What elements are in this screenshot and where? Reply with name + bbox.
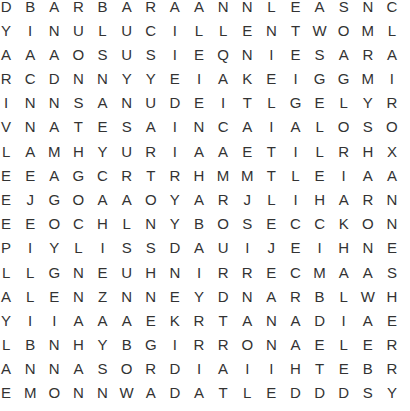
grid-cell[interactable]: E bbox=[259, 67, 283, 91]
grid-cell[interactable]: U bbox=[66, 18, 90, 42]
grid-cell[interactable]: E bbox=[0, 212, 18, 236]
grid-cell[interactable]: D bbox=[332, 381, 356, 405]
grid-cell[interactable]: N bbox=[18, 115, 42, 139]
grid-cell[interactable]: T bbox=[211, 381, 235, 405]
grid-cell[interactable]: I bbox=[332, 163, 356, 187]
grid-cell[interactable]: H bbox=[283, 357, 307, 381]
grid-cell[interactable]: O bbox=[139, 187, 163, 211]
grid-cell[interactable]: E bbox=[259, 212, 283, 236]
grid-cell[interactable]: O bbox=[356, 212, 380, 236]
grid-cell[interactable]: I bbox=[308, 236, 332, 260]
grid-cell[interactable]: R bbox=[356, 42, 380, 66]
grid-cell[interactable]: D bbox=[42, 67, 66, 91]
grid-cell[interactable]: L bbox=[332, 91, 356, 115]
grid-cell[interactable]: A bbox=[332, 187, 356, 211]
grid-cell[interactable]: E bbox=[308, 91, 332, 115]
grid-cell[interactable]: B bbox=[308, 284, 332, 308]
grid-cell[interactable]: L bbox=[0, 332, 18, 356]
grid-cell[interactable]: N bbox=[42, 357, 66, 381]
grid-cell[interactable]: N bbox=[380, 187, 404, 211]
grid-cell[interactable]: N bbox=[66, 381, 90, 405]
grid-cell[interactable]: U bbox=[115, 18, 139, 42]
word-search-grid: DBARBARAANNLEASNCYINULUCILLENTWOMLAAAOSU… bbox=[0, 0, 404, 405]
grid-cell[interactable]: E bbox=[18, 212, 42, 236]
grid-cell[interactable]: R bbox=[66, 0, 90, 18]
grid-cell[interactable]: I bbox=[332, 308, 356, 332]
grid-cell[interactable]: H bbox=[90, 212, 114, 236]
grid-cell[interactable]: R bbox=[380, 357, 404, 381]
grid-cell[interactable]: N bbox=[66, 67, 90, 91]
grid-cell[interactable]: R bbox=[332, 139, 356, 163]
grid-cell[interactable]: H bbox=[66, 332, 90, 356]
grid-cell[interactable]: A bbox=[187, 381, 211, 405]
grid-cell[interactable]: A bbox=[283, 115, 307, 139]
grid-cell[interactable]: Y bbox=[356, 91, 380, 115]
grid-cell[interactable]: D bbox=[211, 284, 235, 308]
grid-cell[interactable]: K bbox=[163, 308, 187, 332]
grid-cell[interactable]: N bbox=[115, 284, 139, 308]
grid-cell[interactable]: I bbox=[163, 42, 187, 66]
grid-cell[interactable]: R bbox=[115, 163, 139, 187]
grid-cell[interactable]: R bbox=[380, 332, 404, 356]
grid-cell[interactable]: N bbox=[90, 67, 114, 91]
grid-cell[interactable]: A bbox=[90, 91, 114, 115]
grid-cell[interactable]: A bbox=[0, 357, 18, 381]
grid-cell[interactable]: C bbox=[380, 0, 404, 18]
grid-cell[interactable]: U bbox=[115, 260, 139, 284]
grid-cell[interactable]: A bbox=[163, 0, 187, 18]
grid-cell[interactable]: W bbox=[308, 18, 332, 42]
grid-cell[interactable]: I bbox=[18, 236, 42, 260]
grid-cell[interactable]: B bbox=[90, 0, 114, 18]
grid-cell[interactable]: N bbox=[356, 236, 380, 260]
grid-cell[interactable]: E bbox=[283, 42, 307, 66]
grid-cell[interactable]: S bbox=[356, 381, 380, 405]
grid-cell[interactable]: A bbox=[308, 0, 332, 18]
grid-cell[interactable]: O bbox=[211, 212, 235, 236]
grid-cell[interactable]: R bbox=[211, 187, 235, 211]
grid-cell[interactable]: A bbox=[42, 115, 66, 139]
grid-cell[interactable]: E bbox=[163, 284, 187, 308]
grid-cell[interactable]: Y bbox=[380, 381, 404, 405]
grid-cell[interactable]: E bbox=[235, 139, 259, 163]
grid-cell[interactable]: L bbox=[259, 0, 283, 18]
grid-cell[interactable]: N bbox=[235, 42, 259, 66]
grid-cell[interactable]: E bbox=[283, 0, 307, 18]
grid-cell[interactable]: A bbox=[139, 115, 163, 139]
grid-cell[interactable]: N bbox=[42, 332, 66, 356]
grid-cell[interactable]: T bbox=[66, 115, 90, 139]
grid-cell[interactable]: E bbox=[380, 308, 404, 332]
grid-cell[interactable]: L bbox=[18, 260, 42, 284]
grid-cell[interactable]: A bbox=[283, 332, 307, 356]
grid-cell[interactable]: A bbox=[139, 381, 163, 405]
grid-cell[interactable]: E bbox=[187, 42, 211, 66]
grid-cell[interactable]: O bbox=[66, 187, 90, 211]
grid-cell[interactable]: T bbox=[235, 91, 259, 115]
grid-cell[interactable]: K bbox=[332, 212, 356, 236]
grid-cell[interactable]: A bbox=[380, 42, 404, 66]
grid-cell[interactable]: H bbox=[380, 284, 404, 308]
grid-cell[interactable]: N bbox=[356, 0, 380, 18]
grid-cell[interactable]: O bbox=[115, 357, 139, 381]
grid-cell[interactable]: I bbox=[259, 357, 283, 381]
grid-cell[interactable]: E bbox=[90, 115, 114, 139]
grid-cell[interactable]: A bbox=[187, 139, 211, 163]
grid-cell[interactable]: L bbox=[18, 284, 42, 308]
grid-cell[interactable]: E bbox=[90, 260, 114, 284]
grid-cell[interactable]: S bbox=[380, 260, 404, 284]
grid-cell[interactable]: E bbox=[187, 91, 211, 115]
grid-cell[interactable]: G bbox=[283, 91, 307, 115]
grid-cell[interactable]: A bbox=[211, 357, 235, 381]
grid-cell[interactable]: I bbox=[163, 332, 187, 356]
grid-cell[interactable]: X bbox=[380, 139, 404, 163]
grid-cell[interactable]: N bbox=[211, 0, 235, 18]
grid-cell[interactable]: N bbox=[187, 115, 211, 139]
grid-cell[interactable]: A bbox=[0, 284, 18, 308]
grid-cell[interactable]: M bbox=[356, 18, 380, 42]
grid-cell[interactable]: M bbox=[235, 163, 259, 187]
grid-cell[interactable]: O bbox=[380, 115, 404, 139]
grid-cell[interactable]: D bbox=[163, 91, 187, 115]
grid-cell[interactable]: R bbox=[139, 139, 163, 163]
grid-cell[interactable]: S bbox=[139, 236, 163, 260]
grid-cell[interactable]: I bbox=[380, 67, 404, 91]
grid-cell[interactable]: S bbox=[115, 236, 139, 260]
grid-cell[interactable]: E bbox=[18, 163, 42, 187]
grid-cell[interactable]: G bbox=[42, 260, 66, 284]
grid-cell[interactable]: E bbox=[308, 332, 332, 356]
grid-cell[interactable]: A bbox=[115, 187, 139, 211]
grid-cell[interactable]: C bbox=[283, 260, 307, 284]
grid-cell[interactable]: L bbox=[235, 381, 259, 405]
grid-cell[interactable]: R bbox=[211, 260, 235, 284]
grid-cell[interactable]: A bbox=[18, 139, 42, 163]
grid-cell[interactable]: L bbox=[66, 236, 90, 260]
grid-cell[interactable]: C bbox=[283, 212, 307, 236]
grid-cell[interactable]: S bbox=[139, 42, 163, 66]
grid-cell[interactable]: N bbox=[18, 357, 42, 381]
grid-cell[interactable]: R bbox=[187, 332, 211, 356]
grid-cell[interactable]: A bbox=[356, 260, 380, 284]
grid-cell[interactable]: N bbox=[235, 0, 259, 18]
grid-cell[interactable]: E bbox=[332, 357, 356, 381]
grid-cell[interactable]: S bbox=[90, 357, 114, 381]
grid-cell[interactable]: N bbox=[115, 91, 139, 115]
grid-cell[interactable]: D bbox=[163, 236, 187, 260]
grid-cell[interactable]: N bbox=[42, 18, 66, 42]
grid-cell[interactable]: L bbox=[90, 18, 114, 42]
grid-cell[interactable]: N bbox=[66, 260, 90, 284]
grid-cell[interactable]: Y bbox=[187, 284, 211, 308]
grid-cell[interactable]: A bbox=[211, 139, 235, 163]
grid-cell[interactable]: E bbox=[235, 18, 259, 42]
grid-cell[interactable]: I bbox=[259, 42, 283, 66]
grid-cell[interactable]: N bbox=[139, 284, 163, 308]
grid-cell[interactable]: L bbox=[380, 18, 404, 42]
grid-cell[interactable]: I bbox=[42, 308, 66, 332]
grid-cell[interactable]: A bbox=[0, 42, 18, 66]
grid-cell[interactable]: H bbox=[356, 139, 380, 163]
grid-cell[interactable]: Q bbox=[211, 42, 235, 66]
grid-cell[interactable]: C bbox=[18, 67, 42, 91]
grid-cell[interactable]: W bbox=[356, 284, 380, 308]
grid-cell[interactable]: A bbox=[66, 357, 90, 381]
grid-cell[interactable]: I bbox=[259, 115, 283, 139]
grid-cell[interactable]: J bbox=[235, 187, 259, 211]
grid-cell[interactable]: E bbox=[259, 381, 283, 405]
grid-cell[interactable]: R bbox=[356, 187, 380, 211]
grid-cell[interactable]: A bbox=[332, 260, 356, 284]
grid-cell[interactable]: A bbox=[283, 308, 307, 332]
grid-cell[interactable]: A bbox=[356, 163, 380, 187]
grid-cell[interactable]: S bbox=[66, 91, 90, 115]
grid-cell[interactable]: R bbox=[139, 0, 163, 18]
grid-cell[interactable]: Y bbox=[163, 187, 187, 211]
grid-cell[interactable]: N bbox=[259, 332, 283, 356]
grid-cell[interactable]: L bbox=[211, 18, 235, 42]
grid-cell[interactable]: C bbox=[139, 18, 163, 42]
grid-cell[interactable]: G bbox=[42, 187, 66, 211]
grid-cell[interactable]: E bbox=[0, 187, 18, 211]
grid-cell[interactable]: E bbox=[42, 284, 66, 308]
grid-cell[interactable]: J bbox=[259, 236, 283, 260]
grid-cell[interactable]: S bbox=[308, 42, 332, 66]
grid-cell[interactable]: E bbox=[380, 236, 404, 260]
grid-cell[interactable]: K bbox=[235, 67, 259, 91]
grid-cell[interactable]: A bbox=[90, 187, 114, 211]
grid-cell[interactable]: G bbox=[332, 67, 356, 91]
grid-cell[interactable]: O bbox=[42, 381, 66, 405]
grid-cell[interactable]: D bbox=[163, 381, 187, 405]
grid-cell[interactable]: M bbox=[308, 260, 332, 284]
grid-cell[interactable]: S bbox=[90, 42, 114, 66]
grid-cell[interactable]: R bbox=[139, 357, 163, 381]
grid-cell[interactable]: O bbox=[332, 115, 356, 139]
grid-cell[interactable]: A bbox=[332, 42, 356, 66]
grid-cell[interactable]: I bbox=[163, 18, 187, 42]
grid-cell[interactable]: L bbox=[259, 91, 283, 115]
grid-cell[interactable]: I bbox=[235, 357, 259, 381]
grid-cell[interactable]: E bbox=[283, 236, 307, 260]
grid-cell[interactable]: Y bbox=[0, 308, 18, 332]
grid-cell[interactable]: U bbox=[139, 91, 163, 115]
grid-cell[interactable]: N bbox=[163, 260, 187, 284]
grid-cell[interactable]: G bbox=[139, 332, 163, 356]
grid-cell[interactable]: G bbox=[66, 163, 90, 187]
grid-cell[interactable]: A bbox=[66, 308, 90, 332]
grid-cell[interactable]: L bbox=[283, 163, 307, 187]
grid-cell[interactable]: C bbox=[90, 163, 114, 187]
grid-cell[interactable]: S bbox=[115, 115, 139, 139]
grid-cell[interactable]: A bbox=[18, 42, 42, 66]
grid-cell[interactable]: Y bbox=[90, 332, 114, 356]
grid-cell[interactable]: E bbox=[0, 381, 18, 405]
grid-cell[interactable]: N bbox=[380, 212, 404, 236]
grid-cell[interactable]: T bbox=[283, 18, 307, 42]
grid-cell[interactable]: A bbox=[187, 187, 211, 211]
grid-cell[interactable]: N bbox=[18, 91, 42, 115]
grid-cell[interactable]: T bbox=[211, 308, 235, 332]
grid-cell[interactable]: A bbox=[259, 284, 283, 308]
grid-cell[interactable]: S bbox=[356, 115, 380, 139]
grid-cell[interactable]: T bbox=[259, 139, 283, 163]
grid-cell[interactable]: E bbox=[139, 308, 163, 332]
grid-cell[interactable]: D bbox=[308, 308, 332, 332]
grid-cell[interactable]: I bbox=[18, 18, 42, 42]
grid-cell[interactable]: A bbox=[235, 115, 259, 139]
grid-cell[interactable]: H bbox=[66, 139, 90, 163]
grid-cell[interactable]: B bbox=[356, 357, 380, 381]
grid-cell[interactable]: H bbox=[308, 187, 332, 211]
grid-cell[interactable]: O bbox=[332, 18, 356, 42]
grid-cell[interactable]: M bbox=[211, 163, 235, 187]
grid-cell[interactable]: E bbox=[356, 332, 380, 356]
grid-cell[interactable]: Y bbox=[0, 18, 18, 42]
grid-cell[interactable]: D bbox=[163, 357, 187, 381]
grid-cell[interactable]: G bbox=[308, 67, 332, 91]
grid-cell[interactable]: A bbox=[235, 308, 259, 332]
grid-cell[interactable]: Y bbox=[139, 67, 163, 91]
grid-cell[interactable]: I bbox=[187, 67, 211, 91]
grid-cell[interactable]: I bbox=[211, 91, 235, 115]
grid-cell[interactable]: A bbox=[115, 308, 139, 332]
grid-cell[interactable]: C bbox=[308, 212, 332, 236]
grid-cell[interactable]: A bbox=[42, 42, 66, 66]
grid-cell[interactable]: L bbox=[187, 18, 211, 42]
grid-cell[interactable]: L bbox=[0, 260, 18, 284]
grid-cell[interactable]: A bbox=[356, 308, 380, 332]
grid-cell[interactable]: O bbox=[66, 42, 90, 66]
grid-cell[interactable]: N bbox=[235, 284, 259, 308]
grid-cell[interactable]: L bbox=[115, 212, 139, 236]
grid-cell[interactable]: D bbox=[308, 381, 332, 405]
grid-cell[interactable]: W bbox=[115, 381, 139, 405]
grid-cell[interactable]: L bbox=[308, 115, 332, 139]
grid-cell[interactable]: N bbox=[259, 308, 283, 332]
grid-cell[interactable]: A bbox=[42, 0, 66, 18]
grid-cell[interactable]: B bbox=[115, 332, 139, 356]
grid-cell[interactable]: I bbox=[187, 357, 211, 381]
grid-cell[interactable]: E bbox=[259, 260, 283, 284]
grid-cell[interactable]: Y bbox=[42, 236, 66, 260]
grid-cell[interactable]: B bbox=[18, 332, 42, 356]
grid-cell[interactable]: I bbox=[90, 236, 114, 260]
grid-cell[interactable]: N bbox=[66, 284, 90, 308]
grid-cell[interactable]: U bbox=[211, 236, 235, 260]
grid-cell[interactable]: M bbox=[42, 139, 66, 163]
grid-cell[interactable]: U bbox=[115, 42, 139, 66]
grid-cell[interactable]: R bbox=[283, 284, 307, 308]
grid-cell[interactable]: Y bbox=[163, 212, 187, 236]
grid-cell[interactable]: L bbox=[0, 139, 18, 163]
grid-cell[interactable]: A bbox=[380, 163, 404, 187]
grid-cell[interactable]: S bbox=[332, 0, 356, 18]
grid-cell[interactable]: J bbox=[18, 187, 42, 211]
grid-cell[interactable]: R bbox=[187, 308, 211, 332]
grid-cell[interactable]: M bbox=[18, 381, 42, 405]
grid-cell[interactable]: Y bbox=[115, 67, 139, 91]
grid-cell[interactable]: E bbox=[308, 163, 332, 187]
grid-cell[interactable]: I bbox=[18, 308, 42, 332]
grid-cell[interactable]: D bbox=[0, 0, 18, 18]
grid-cell[interactable]: E bbox=[163, 67, 187, 91]
grid-cell[interactable]: N bbox=[139, 212, 163, 236]
grid-cell[interactable]: A bbox=[187, 0, 211, 18]
grid-cell[interactable]: C bbox=[211, 115, 235, 139]
grid-cell[interactable]: L bbox=[259, 187, 283, 211]
grid-cell[interactable]: M bbox=[356, 67, 380, 91]
grid-cell[interactable]: L bbox=[332, 332, 356, 356]
grid-cell[interactable]: Y bbox=[90, 139, 114, 163]
grid-cell[interactable]: N bbox=[42, 91, 66, 115]
grid-cell[interactable]: I bbox=[0, 91, 18, 115]
grid-cell[interactable]: I bbox=[283, 187, 307, 211]
grid-cell[interactable]: E bbox=[0, 163, 18, 187]
grid-cell[interactable]: A bbox=[115, 0, 139, 18]
grid-cell[interactable]: V bbox=[0, 115, 18, 139]
grid-cell[interactable]: L bbox=[332, 284, 356, 308]
grid-cell[interactable]: N bbox=[90, 381, 114, 405]
grid-cell[interactable]: O bbox=[235, 332, 259, 356]
grid-cell[interactable]: A bbox=[211, 67, 235, 91]
grid-cell[interactable]: H bbox=[332, 236, 356, 260]
grid-cell[interactable]: T bbox=[259, 163, 283, 187]
grid-cell[interactable]: A bbox=[42, 163, 66, 187]
grid-cell[interactable]: I bbox=[187, 260, 211, 284]
grid-cell[interactable]: O bbox=[42, 212, 66, 236]
grid-cell[interactable]: C bbox=[66, 212, 90, 236]
grid-cell[interactable]: T bbox=[308, 357, 332, 381]
grid-cell[interactable]: P bbox=[0, 236, 18, 260]
grid-cell[interactable]: I bbox=[163, 139, 187, 163]
grid-cell[interactable]: I bbox=[283, 139, 307, 163]
grid-cell[interactable]: S bbox=[235, 212, 259, 236]
grid-cell[interactable]: N bbox=[259, 18, 283, 42]
grid-cell[interactable]: I bbox=[235, 236, 259, 260]
grid-cell[interactable]: B bbox=[187, 212, 211, 236]
grid-cell[interactable]: R bbox=[235, 260, 259, 284]
grid-cell[interactable]: D bbox=[283, 381, 307, 405]
grid-cell[interactable]: T bbox=[139, 163, 163, 187]
grid-cell[interactable]: A bbox=[187, 236, 211, 260]
grid-cell[interactable]: H bbox=[187, 163, 211, 187]
grid-cell[interactable]: R bbox=[163, 163, 187, 187]
grid-cell[interactable]: U bbox=[115, 139, 139, 163]
grid-cell[interactable]: R bbox=[211, 332, 235, 356]
grid-cell[interactable]: B bbox=[18, 0, 42, 18]
grid-cell[interactable]: L bbox=[308, 139, 332, 163]
grid-cell[interactable]: I bbox=[163, 115, 187, 139]
grid-cell[interactable]: R bbox=[0, 67, 18, 91]
grid-cell[interactable]: H bbox=[139, 260, 163, 284]
grid-cell[interactable]: Z bbox=[90, 284, 114, 308]
grid-cell[interactable]: R bbox=[380, 91, 404, 115]
grid-cell[interactable]: I bbox=[283, 67, 307, 91]
grid-cell[interactable]: A bbox=[90, 308, 114, 332]
